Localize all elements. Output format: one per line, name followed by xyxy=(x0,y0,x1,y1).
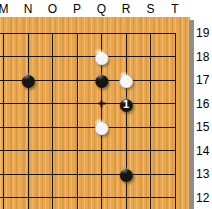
row-label: 15 xyxy=(196,120,209,134)
move-number-label: 1 xyxy=(123,98,129,110)
column-label: T xyxy=(171,2,178,16)
black-stone[interactable]: ● xyxy=(91,69,113,91)
black-stone[interactable]: ● xyxy=(17,69,39,91)
black-stone-glyph: ● xyxy=(117,163,135,185)
star-point xyxy=(98,100,105,107)
white-stone-glyph: ● xyxy=(117,69,135,91)
column-label: M xyxy=(0,2,9,16)
column-label: P xyxy=(73,2,81,16)
grid-line-horizontal xyxy=(0,33,176,34)
white-stone[interactable]: ● xyxy=(115,69,137,91)
grid-line-horizontal xyxy=(0,174,176,175)
row-labels: 1918171615141312 xyxy=(194,0,212,209)
black-stone[interactable]: ●1 xyxy=(115,93,137,115)
black-stone-glyph: ● xyxy=(92,69,110,91)
column-label: N xyxy=(24,2,33,16)
go-board[interactable]: ●●●●●●1● xyxy=(0,17,190,209)
white-stone[interactable]: ● xyxy=(91,116,113,138)
column-labels: MNOPQRST xyxy=(0,0,190,17)
white-stone-glyph: ● xyxy=(92,46,110,68)
grid-line-horizontal xyxy=(0,127,176,128)
grid-line-vertical xyxy=(77,33,78,209)
grid-line-vertical xyxy=(175,33,176,209)
go-diagram: ●●●●●●1● MNOPQRST 1918171615141312 xyxy=(0,0,212,209)
row-label: 16 xyxy=(196,97,209,111)
row-label: 19 xyxy=(196,26,209,40)
grid-line-vertical xyxy=(52,33,53,209)
column-label: Q xyxy=(97,2,106,16)
black-stone[interactable]: ● xyxy=(115,163,137,185)
black-stone-glyph: ● xyxy=(19,69,37,91)
column-label: O xyxy=(48,2,57,16)
grid-line-horizontal xyxy=(0,150,176,151)
row-label: 14 xyxy=(196,144,209,158)
row-label: 12 xyxy=(196,191,209,205)
grid-line-vertical xyxy=(3,33,4,209)
column-label: S xyxy=(146,2,154,16)
grid-line-vertical xyxy=(28,33,29,209)
row-label: 18 xyxy=(196,50,209,64)
row-label: 17 xyxy=(196,73,209,87)
grid-line-horizontal xyxy=(0,103,176,104)
grid-line-horizontal xyxy=(0,56,176,57)
row-label: 13 xyxy=(196,167,209,181)
white-stone[interactable]: ● xyxy=(91,46,113,68)
grid-line-vertical xyxy=(150,33,151,209)
white-stone-glyph: ● xyxy=(92,116,110,138)
column-label: R xyxy=(122,2,131,16)
grid-line-horizontal xyxy=(0,197,176,198)
